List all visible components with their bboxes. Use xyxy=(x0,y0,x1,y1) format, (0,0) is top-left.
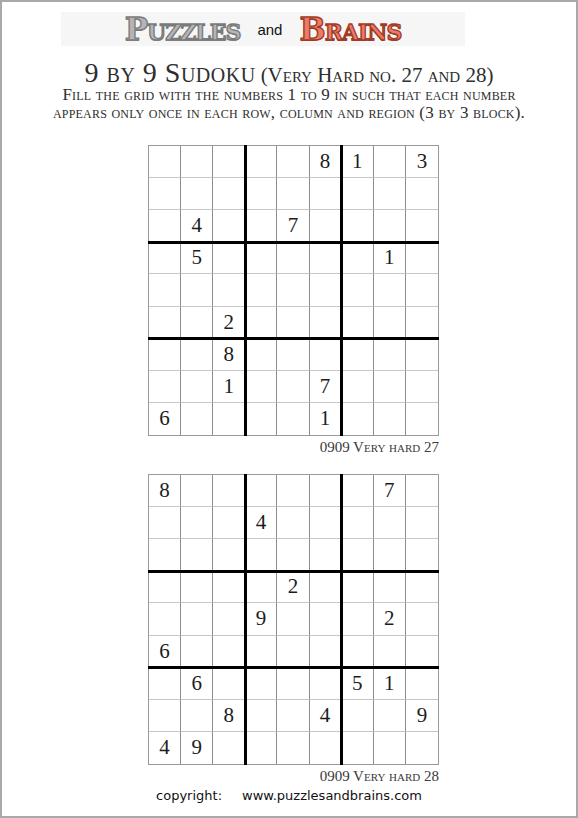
sudoku27-cell-r2c6 xyxy=(310,178,342,210)
sudoku27-cell-r5c9 xyxy=(406,274,438,306)
sudoku27-cell-r8c8 xyxy=(374,371,406,403)
sudoku28-cell-r2c5 xyxy=(277,507,309,539)
block-separator-line xyxy=(148,337,439,340)
sudoku28-cell-r7c7: 5 xyxy=(342,668,374,700)
sudoku28-cell-r1c4 xyxy=(245,475,277,507)
sudoku27-cell-r7c3: 8 xyxy=(213,339,245,371)
sudoku27-cell-r8c5 xyxy=(277,371,309,403)
sudoku28-cell-r8c9: 9 xyxy=(406,700,438,732)
sudoku27-cell-r9c9 xyxy=(406,403,438,435)
sudoku28-cell-r2c9 xyxy=(406,507,438,539)
sudoku27-cell-r9c7 xyxy=(342,403,374,435)
puzzle-27-caption: 0909 Very hard 27 xyxy=(148,439,439,456)
sudoku27-cell-r2c4 xyxy=(245,178,277,210)
printable-sudoku-page: Puzzles and Brains 9 by 9 Sudoku(Very Ha… xyxy=(0,0,578,818)
sudoku28-cell-r2c1 xyxy=(149,507,181,539)
sudoku27-cell-r3c7 xyxy=(342,210,374,242)
sudoku28-cell-r9c8 xyxy=(374,732,406,764)
sudoku27-cell-r7c9 xyxy=(406,339,438,371)
sudoku27-cell-r2c8 xyxy=(374,178,406,210)
sudoku27-cell-r5c7 xyxy=(342,274,374,306)
sudoku27-cell-r4c5 xyxy=(277,242,309,274)
sudoku28-cell-r1c8: 7 xyxy=(374,475,406,507)
sudoku27-cell-r8c9 xyxy=(406,371,438,403)
sudoku28-cell-r2c7 xyxy=(342,507,374,539)
sudoku28-cell-r7c1 xyxy=(149,668,181,700)
sudoku27-cell-r3c1 xyxy=(149,210,181,242)
sudoku28-cell-r5c2 xyxy=(181,603,213,635)
sudoku28-cell-r6c9 xyxy=(406,636,438,668)
site-logo: Puzzles and Brains xyxy=(61,12,465,46)
sudoku28-cell-r4c7 xyxy=(342,571,374,603)
sudoku28-cell-r8c6: 4 xyxy=(310,700,342,732)
puzzle-28-caption: 0909 Very hard 28 xyxy=(148,768,439,785)
sudoku27-cell-r5c8 xyxy=(374,274,406,306)
sudoku28-cell-r5c9 xyxy=(406,603,438,635)
sudoku27-cell-r1c9: 3 xyxy=(406,146,438,178)
block-separator-line xyxy=(148,666,439,669)
sudoku27-cell-r7c5 xyxy=(277,339,309,371)
sudoku28-cell-r3c2 xyxy=(181,539,213,571)
sudoku27-cell-r8c7 xyxy=(342,371,374,403)
sudoku27-cell-r8c3: 1 xyxy=(213,371,245,403)
sudoku27-cell-r5c1 xyxy=(149,274,181,306)
sudoku28-cell-r4c6 xyxy=(310,571,342,603)
puzzle-28-block: 874292665184949 0909 Very hard 28 xyxy=(148,474,439,785)
sudoku27-cell-r6c2 xyxy=(181,307,213,339)
sudoku28-cell-r7c3 xyxy=(213,668,245,700)
sudoku27-cell-r1c3 xyxy=(213,146,245,178)
sudoku28-cell-r5c1 xyxy=(149,603,181,635)
sudoku27-cell-r8c6: 7 xyxy=(310,371,342,403)
sudoku28-cell-r3c5 xyxy=(277,539,309,571)
sudoku28-cell-r6c8 xyxy=(374,636,406,668)
sudoku27-cell-r1c8 xyxy=(374,146,406,178)
sudoku28-cell-r2c6 xyxy=(310,507,342,539)
sudoku27-cell-r4c3 xyxy=(213,242,245,274)
logo-brains-text: Brains xyxy=(299,12,401,46)
sudoku28-cell-r1c7 xyxy=(342,475,374,507)
sudoku28-cell-r8c2 xyxy=(181,700,213,732)
logo-and-text: and xyxy=(253,21,286,38)
sudoku28-cell-r5c3 xyxy=(213,603,245,635)
sudoku27-cell-r2c2 xyxy=(181,178,213,210)
sudoku28-cell-r6c2 xyxy=(181,636,213,668)
sudoku28-cell-r9c3 xyxy=(213,732,245,764)
sudoku28-cell-r8c8 xyxy=(374,700,406,732)
sudoku27-cell-r4c1 xyxy=(149,242,181,274)
sudoku28-cell-r6c6 xyxy=(310,636,342,668)
sudoku28-cell-r9c5 xyxy=(277,732,309,764)
sudoku27-cell-r2c9 xyxy=(406,178,438,210)
sudoku27-cell-r2c5 xyxy=(277,178,309,210)
sudoku27-cell-r1c2 xyxy=(181,146,213,178)
sudoku28-cell-r4c5: 2 xyxy=(277,571,309,603)
sudoku27-cell-r4c7 xyxy=(342,242,374,274)
sudoku28-cell-r3c4 xyxy=(245,539,277,571)
sudoku27-cell-r9c3 xyxy=(213,403,245,435)
sudoku27-cell-r3c8 xyxy=(374,210,406,242)
sudoku28-cell-r3c3 xyxy=(213,539,245,571)
sudoku28-cell-r7c2: 6 xyxy=(181,668,213,700)
sudoku27-cell-r9c4 xyxy=(245,403,277,435)
sudoku27-cell-r7c2 xyxy=(181,339,213,371)
sudoku27-cell-r7c7 xyxy=(342,339,374,371)
sudoku27-cell-r6c1 xyxy=(149,307,181,339)
sudoku28-cell-r1c1: 8 xyxy=(149,475,181,507)
sudoku28-cell-r8c1 xyxy=(149,700,181,732)
sudoku27-cell-r3c4 xyxy=(245,210,277,242)
sudoku28-cell-r6c5 xyxy=(277,636,309,668)
sudoku28-cell-r4c8 xyxy=(374,571,406,603)
sudoku28-cell-r5c8: 2 xyxy=(374,603,406,635)
block-separator-line xyxy=(244,474,247,765)
sudoku28-cell-r7c5 xyxy=(277,668,309,700)
puzzle-27-block: 8134751281761 0909 Very hard 27 xyxy=(148,145,439,456)
sudoku27-cell-r3c9 xyxy=(406,210,438,242)
sudoku27-cell-r6c3: 2 xyxy=(213,307,245,339)
sudoku28-cell-r9c9 xyxy=(406,732,438,764)
block-separator-line xyxy=(340,474,343,765)
sudoku27-cell-r1c6: 8 xyxy=(310,146,342,178)
sudoku28-cell-r4c2 xyxy=(181,571,213,603)
instructions: Fill the grid with the numbers 1 to 9 in… xyxy=(2,86,576,121)
sudoku-grid-28: 874292665184949 xyxy=(148,474,439,765)
sudoku27-cell-r3c2: 4 xyxy=(181,210,213,242)
sudoku27-cell-r1c5 xyxy=(277,146,309,178)
sudoku27-cell-r4c4 xyxy=(245,242,277,274)
sudoku27-cell-r9c5 xyxy=(277,403,309,435)
sudoku27-cell-r7c1 xyxy=(149,339,181,371)
sudoku27-cell-r1c1 xyxy=(149,146,181,178)
sudoku28-cell-r1c6 xyxy=(310,475,342,507)
block-separator-line xyxy=(148,241,439,244)
sudoku28-cell-r9c2: 9 xyxy=(181,732,213,764)
sudoku28-cell-r6c1: 6 xyxy=(149,636,181,668)
sudoku28-cell-r1c2 xyxy=(181,475,213,507)
block-separator-line xyxy=(244,145,247,436)
sudoku28-cell-r1c5 xyxy=(277,475,309,507)
sudoku28-cell-r9c7 xyxy=(342,732,374,764)
sudoku27-cell-r6c8 xyxy=(374,307,406,339)
sudoku27-cell-r7c4 xyxy=(245,339,277,371)
sudoku27-cell-r8c2 xyxy=(181,371,213,403)
sudoku27-cell-r9c2 xyxy=(181,403,213,435)
sudoku28-cell-r8c7 xyxy=(342,700,374,732)
copyright-footer: copyright:www.puzzlesandbrains.com xyxy=(2,788,576,803)
sudoku27-cell-r7c6 xyxy=(310,339,342,371)
sudoku27-cell-r9c1: 6 xyxy=(149,403,181,435)
sudoku28-cell-r4c4 xyxy=(245,571,277,603)
sudoku28-cell-r3c6 xyxy=(310,539,342,571)
sudoku27-cell-r1c7: 1 xyxy=(342,146,374,178)
sudoku28-cell-r2c8 xyxy=(374,507,406,539)
sudoku28-cell-r5c5 xyxy=(277,603,309,635)
site-url: www.puzzlesandbrains.com xyxy=(242,788,422,803)
copyright-label: copyright: xyxy=(156,788,222,803)
sudoku27-cell-r5c2 xyxy=(181,274,213,306)
sudoku27-cell-r2c7 xyxy=(342,178,374,210)
sudoku27-cell-r9c8 xyxy=(374,403,406,435)
sudoku28-cell-r8c3: 8 xyxy=(213,700,245,732)
sudoku27-cell-r6c4 xyxy=(245,307,277,339)
sudoku27-cell-r9c6: 1 xyxy=(310,403,342,435)
sudoku27-cell-r6c7 xyxy=(342,307,374,339)
sudoku28-cell-r3c1 xyxy=(149,539,181,571)
sudoku27-cell-r1c4 xyxy=(245,146,277,178)
sudoku27-cell-r5c5 xyxy=(277,274,309,306)
sudoku27-cell-r5c6 xyxy=(310,274,342,306)
sudoku28-cell-r7c8: 1 xyxy=(374,668,406,700)
sudoku27-cell-r3c3 xyxy=(213,210,245,242)
sudoku28-cell-r9c6 xyxy=(310,732,342,764)
sudoku27-cell-r4c8: 1 xyxy=(374,242,406,274)
sudoku28-cell-r6c4 xyxy=(245,636,277,668)
sudoku27-cell-r6c6 xyxy=(310,307,342,339)
sudoku27-cell-r4c9 xyxy=(406,242,438,274)
sudoku27-cell-r8c1 xyxy=(149,371,181,403)
sudoku27-cell-r8c4 xyxy=(245,371,277,403)
sudoku28-cell-r9c1: 4 xyxy=(149,732,181,764)
instructions-line1: Fill the grid with the numbers 1 to 9 in… xyxy=(62,85,515,104)
sudoku27-cell-r6c5 xyxy=(277,307,309,339)
sudoku28-cell-r4c1 xyxy=(149,571,181,603)
sudoku28-cell-r4c3 xyxy=(213,571,245,603)
sudoku27-cell-r4c2: 5 xyxy=(181,242,213,274)
sudoku27-cell-r4c6 xyxy=(310,242,342,274)
sudoku28-cell-r2c3 xyxy=(213,507,245,539)
sudoku28-cell-r9c4 xyxy=(245,732,277,764)
sudoku28-cell-r8c5 xyxy=(277,700,309,732)
block-separator-line xyxy=(148,570,439,573)
instructions-line2: appears only once in each row, column an… xyxy=(53,103,525,122)
sudoku27-cell-r2c3 xyxy=(213,178,245,210)
sudoku28-cell-r1c3 xyxy=(213,475,245,507)
sudoku28-cell-r5c6 xyxy=(310,603,342,635)
sudoku-grid-27: 8134751281761 xyxy=(148,145,439,436)
sudoku28-cell-r5c7 xyxy=(342,603,374,635)
sudoku28-cell-r3c8 xyxy=(374,539,406,571)
sudoku28-cell-r3c9 xyxy=(406,539,438,571)
sudoku28-cell-r7c4 xyxy=(245,668,277,700)
sudoku28-cell-r8c4 xyxy=(245,700,277,732)
sudoku27-cell-r6c9 xyxy=(406,307,438,339)
sudoku28-cell-r2c2 xyxy=(181,507,213,539)
page-title-sub: (Very Hard no. 27 and 28) xyxy=(261,63,494,87)
page-title-main: 9 by 9 Sudoku xyxy=(85,57,256,88)
sudoku27-cell-r3c5: 7 xyxy=(277,210,309,242)
sudoku28-cell-r1c9 xyxy=(406,475,438,507)
sudoku28-cell-r2c4: 4 xyxy=(245,507,277,539)
sudoku28-cell-r6c3 xyxy=(213,636,245,668)
sudoku27-cell-r5c4 xyxy=(245,274,277,306)
sudoku27-cell-r2c1 xyxy=(149,178,181,210)
sudoku27-cell-r3c6 xyxy=(310,210,342,242)
logo-puzzles-text: Puzzles xyxy=(125,12,241,46)
sudoku27-cell-r5c3 xyxy=(213,274,245,306)
sudoku28-cell-r5c4: 9 xyxy=(245,603,277,635)
sudoku27-cell-r7c8 xyxy=(374,339,406,371)
block-separator-line xyxy=(340,145,343,436)
sudoku28-cell-r3c7 xyxy=(342,539,374,571)
sudoku28-cell-r4c9 xyxy=(406,571,438,603)
sudoku28-cell-r6c7 xyxy=(342,636,374,668)
sudoku28-cell-r7c6 xyxy=(310,668,342,700)
sudoku28-cell-r7c9 xyxy=(406,668,438,700)
